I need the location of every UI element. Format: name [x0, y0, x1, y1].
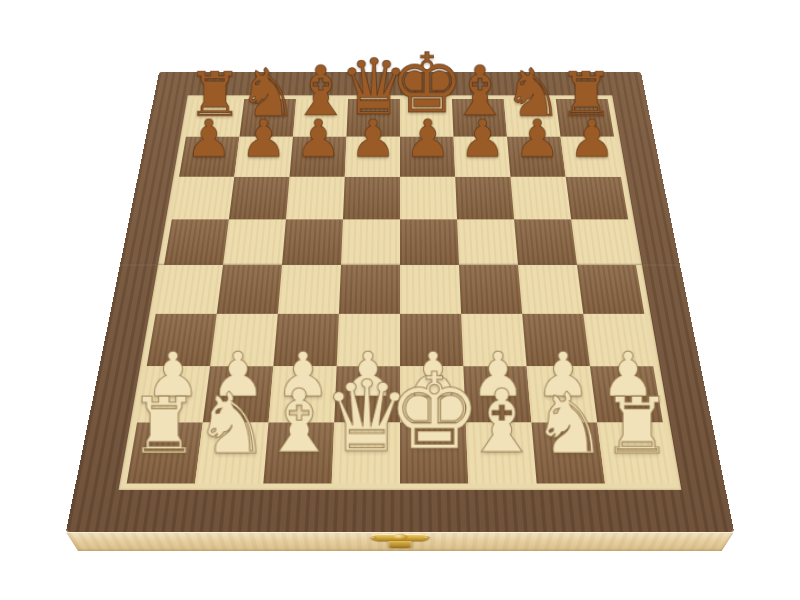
- square-e7[interactable]: ♟: [400, 137, 455, 177]
- square-d7[interactable]: ♟: [345, 137, 400, 177]
- square-c5[interactable]: [282, 219, 343, 265]
- square-c4[interactable]: [278, 265, 341, 314]
- piece-black-pawn-g7[interactable]: ♟: [514, 113, 561, 165]
- square-e1[interactable]: ♚: [400, 423, 468, 484]
- square-b1[interactable]: ♞: [195, 423, 269, 484]
- product-photo-scene: ♜♞♝♛♚♝♞♜♟♟♟♟♟♟♟♟♟♟♟♟♟♟♟♟♜♞♝♛♚♝♞♜: [0, 0, 800, 600]
- latch-knob-icon: [392, 534, 407, 540]
- piece-white-knight-g1[interactable]: ♞: [531, 381, 607, 466]
- piece-black-pawn-c7[interactable]: ♟: [295, 113, 342, 165]
- chess-board: ♜♞♝♛♚♝♞♜♟♟♟♟♟♟♟♟♟♟♟♟♟♟♟♟♜♞♝♛♚♝♞♜: [66, 72, 734, 532]
- square-h7[interactable]: ♟: [561, 137, 621, 177]
- square-a6[interactable]: [172, 177, 235, 220]
- piece-black-pawn-b7[interactable]: ♟: [240, 113, 287, 165]
- square-c6[interactable]: [286, 177, 345, 220]
- piece-black-pawn-e7[interactable]: ♟: [404, 113, 451, 165]
- square-g6[interactable]: [510, 177, 571, 220]
- latch-screw-icon: [424, 536, 430, 538]
- square-a5[interactable]: [164, 219, 229, 265]
- square-g5[interactable]: [514, 219, 577, 265]
- square-b7[interactable]: ♟: [234, 137, 293, 177]
- square-b6[interactable]: [229, 177, 290, 220]
- square-h5[interactable]: [571, 219, 636, 265]
- square-f4[interactable]: [459, 265, 522, 314]
- piece-white-bishop-f1[interactable]: ♝: [462, 379, 540, 466]
- square-f5[interactable]: [457, 219, 518, 265]
- square-f1[interactable]: ♝: [466, 423, 537, 484]
- square-d6[interactable]: [343, 177, 400, 220]
- square-d5[interactable]: [341, 219, 400, 265]
- fold-seam: [120, 264, 681, 266]
- square-b5[interactable]: [223, 219, 286, 265]
- square-g1[interactable]: ♞: [531, 423, 605, 484]
- piece-black-pawn-f7[interactable]: ♟: [459, 113, 506, 165]
- square-h6[interactable]: [566, 177, 629, 220]
- square-a7[interactable]: ♟: [179, 137, 239, 177]
- board-squares: ♜♞♝♛♚♝♞♜♟♟♟♟♟♟♟♟♟♟♟♟♟♟♟♟♜♞♝♛♚♝♞♜: [127, 99, 674, 483]
- piece-white-rook-a1[interactable]: ♜: [129, 388, 199, 466]
- square-b4[interactable]: [217, 265, 282, 314]
- piece-black-pawn-h7[interactable]: ♟: [568, 113, 615, 165]
- square-e6[interactable]: [400, 177, 457, 220]
- square-d4[interactable]: [339, 265, 400, 314]
- brass-latch: [364, 533, 435, 551]
- square-g4[interactable]: [518, 265, 583, 314]
- square-f7[interactable]: ♟: [454, 137, 511, 177]
- board-top-face: ♜♞♝♛♚♝♞♜♟♟♟♟♟♟♟♟♟♟♟♟♟♟♟♟♜♞♝♛♚♝♞♜: [66, 72, 734, 532]
- square-a4[interactable]: [156, 265, 223, 314]
- frame-inlay-line: ♜♞♝♛♚♝♞♜♟♟♟♟♟♟♟♟♟♟♟♟♟♟♟♟♜♞♝♛♚♝♞♜: [119, 95, 682, 490]
- square-c7[interactable]: ♟: [290, 137, 347, 177]
- square-g7[interactable]: ♟: [507, 137, 566, 177]
- square-h4[interactable]: [577, 265, 644, 314]
- piece-white-knight-b1[interactable]: ♞: [193, 381, 269, 466]
- latch-screw-icon: [370, 536, 376, 538]
- piece-white-rook-h1[interactable]: ♜: [602, 388, 672, 466]
- square-f6[interactable]: [455, 177, 514, 220]
- piece-black-pawn-a7[interactable]: ♟: [185, 113, 232, 165]
- square-e4[interactable]: [400, 265, 461, 314]
- latch-tab-icon: [389, 541, 411, 548]
- piece-black-pawn-d7[interactable]: ♟: [349, 113, 396, 165]
- box-front-side: [66, 532, 734, 551]
- square-e5[interactable]: [400, 219, 459, 265]
- square-a1[interactable]: ♜: [127, 423, 203, 484]
- square-h1[interactable]: ♜: [597, 423, 673, 484]
